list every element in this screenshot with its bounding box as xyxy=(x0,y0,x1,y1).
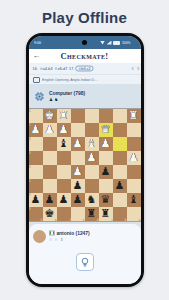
chess-board[interactable]: 1♚♜♜♟2♟♟♛3♝♟♝♟4♟♟5♟♟6♟♟♟7♟♟♟♞♛♝8h♚gfe♜d♜… xyxy=(29,108,141,222)
square-d3[interactable]: ♝ xyxy=(85,137,99,151)
square-e8[interactable]: e xyxy=(71,207,85,221)
square-h2[interactable]: ♟2 xyxy=(29,123,43,137)
square-b2[interactable] xyxy=(113,123,127,137)
square-g3[interactable] xyxy=(43,137,57,151)
battery-icon xyxy=(113,41,120,45)
square-f7[interactable]: ♟ xyxy=(57,193,71,207)
black-bishop: ♝ xyxy=(59,137,69,151)
white-pawn: ♟ xyxy=(73,137,83,151)
square-b5[interactable] xyxy=(113,165,127,179)
square-b1[interactable] xyxy=(113,109,127,123)
camera-punch-hole xyxy=(82,40,87,45)
square-e5[interactable]: ♟ xyxy=(71,165,85,179)
battery-percent: 100% xyxy=(122,41,130,44)
square-e4[interactable] xyxy=(71,151,85,165)
square-e1[interactable] xyxy=(71,109,85,123)
white-pawn: ♟ xyxy=(129,151,139,165)
player-row-antonio: antonio (1247) ♘ ♘ ♗ xyxy=(29,224,141,248)
square-c6[interactable] xyxy=(99,179,113,193)
square-f5[interactable] xyxy=(57,165,71,179)
white-rook: ♜ xyxy=(129,109,139,123)
italy-flag-icon xyxy=(49,231,55,236)
white-pawn: ♟ xyxy=(101,137,111,151)
computer-name: Computer (798) xyxy=(49,91,85,96)
black-pawn: ♟ xyxy=(73,193,83,207)
square-a4[interactable]: ♟ xyxy=(127,151,141,165)
black-pawn: ♟ xyxy=(101,165,111,179)
square-d4[interactable]: ♟ xyxy=(85,151,99,165)
next-move-button[interactable]: › xyxy=(135,63,140,74)
rank-label: 6 xyxy=(29,180,31,182)
square-e7[interactable]: ♟ xyxy=(71,193,85,207)
square-a1[interactable]: ♜ xyxy=(127,109,141,123)
square-h5[interactable]: 5 xyxy=(29,165,43,179)
square-c4[interactable] xyxy=(99,151,113,165)
antonio-name: antonio (1247) xyxy=(56,231,89,236)
square-d5[interactable] xyxy=(85,165,99,179)
square-a6[interactable] xyxy=(127,179,141,193)
square-g2[interactable]: ♟ xyxy=(43,123,57,137)
square-f1[interactable]: ♜ xyxy=(57,109,71,123)
white-rook: ♜ xyxy=(59,109,69,123)
move-token[interactable]: 16. xyxy=(32,67,38,71)
signal-icon xyxy=(107,41,112,45)
square-g4[interactable] xyxy=(43,151,57,165)
black-pawn: ♟ xyxy=(45,193,55,207)
square-g7[interactable]: ♟ xyxy=(43,193,57,207)
antonio-avatar xyxy=(33,230,46,243)
reset-game-button[interactable]: ⟳ xyxy=(141,64,144,74)
lightbulb-icon xyxy=(80,257,90,268)
square-f3[interactable]: ♝ xyxy=(57,137,71,151)
square-g1[interactable]: ♚ xyxy=(43,109,57,123)
page-title: Play Offline xyxy=(0,0,169,26)
move-token[interactable]: ♕a4-b3 xyxy=(39,66,53,70)
rank-label: 2 xyxy=(29,124,31,126)
rank-label: 1 xyxy=(29,110,31,112)
book-icon xyxy=(33,77,40,83)
black-pawn: ♟ xyxy=(59,193,69,207)
black-bishop: ♝ xyxy=(129,193,139,207)
move-list[interactable]: 16.♕a4-b3♗e6-d717.♕b3-c2 xyxy=(32,66,93,72)
white-pawn: ♟ xyxy=(87,151,97,165)
cpu-chip-icon xyxy=(35,92,44,101)
square-a3[interactable] xyxy=(127,137,141,151)
square-f4[interactable] xyxy=(57,151,71,165)
computer-captures: ♟ ♞ xyxy=(49,97,84,102)
square-d2[interactable] xyxy=(85,123,99,137)
current-move-pill[interactable]: ♕b3-c2 xyxy=(75,66,93,72)
white-bishop: ♝ xyxy=(87,137,97,151)
square-b3[interactable] xyxy=(113,137,127,151)
square-g6[interactable] xyxy=(43,179,57,193)
hint-button[interactable] xyxy=(76,253,94,271)
bottom-card: antonio (1247) ♘ ♘ ♗ xyxy=(29,224,141,284)
move-list-bar: 16.♕a4-b3♗e6-d717.♕b3-c2 ‹ › ⟳ xyxy=(29,63,141,74)
square-a2[interactable] xyxy=(127,123,141,137)
square-a7[interactable]: ♝ xyxy=(127,193,141,207)
square-c2[interactable]: ♛ xyxy=(99,123,113,137)
black-rook: ♜ xyxy=(101,207,111,221)
square-e6[interactable]: ♟ xyxy=(71,179,85,193)
antonio-captures: ♘ ♘ ♗ xyxy=(49,237,89,242)
square-h6[interactable]: 6 xyxy=(29,179,43,193)
black-king: ♚ xyxy=(45,207,55,221)
square-d8[interactable]: ♜d xyxy=(85,207,99,221)
move-token[interactable]: ♗e6-d7 xyxy=(53,66,67,70)
square-c8[interactable]: ♜c xyxy=(99,207,113,221)
black-queen: ♛ xyxy=(101,193,111,207)
square-h7[interactable]: ♟7 xyxy=(29,193,43,207)
rank-label: 3 xyxy=(29,138,31,140)
square-f2[interactable]: ♟ xyxy=(57,123,71,137)
square-g5[interactable] xyxy=(43,165,57,179)
square-b7[interactable] xyxy=(113,193,127,207)
black-pawn: ♟ xyxy=(31,193,41,207)
white-queen: ♛ xyxy=(101,123,111,137)
square-c7[interactable]: ♛ xyxy=(99,193,113,207)
status-bar: 9:00 100% xyxy=(29,36,141,49)
white-king: ♚ xyxy=(45,109,55,123)
square-d7[interactable]: ♞ xyxy=(85,193,99,207)
file-label: a xyxy=(139,219,141,221)
black-knight: ♞ xyxy=(87,193,97,207)
computer-avatar xyxy=(33,90,46,103)
wifi-icon xyxy=(100,41,105,45)
square-g8[interactable]: ♚g xyxy=(43,207,57,221)
rank-label: 5 xyxy=(29,166,31,168)
white-pawn: ♟ xyxy=(73,165,83,179)
square-h3[interactable]: 3 xyxy=(29,137,43,151)
square-h4[interactable]: 4 xyxy=(29,151,43,165)
square-c3[interactable]: ♟ xyxy=(99,137,113,151)
white-pawn: ♟ xyxy=(45,123,55,137)
square-a5[interactable] xyxy=(127,165,141,179)
move-token[interactable]: 17. xyxy=(68,67,74,71)
opening-name: English Opening, Anglo-Indian Defense, Q… xyxy=(42,78,99,82)
rank-label: 8 xyxy=(29,208,31,210)
black-pawn: ♟ xyxy=(115,179,125,193)
square-c1[interactable] xyxy=(99,109,113,123)
square-b6[interactable]: ♟ xyxy=(113,179,127,193)
square-d1[interactable] xyxy=(85,109,99,123)
back-button[interactable]: ← xyxy=(29,49,45,63)
square-b8[interactable]: b xyxy=(113,207,127,221)
white-pawn: ♟ xyxy=(31,123,41,137)
status-time: 9:00 xyxy=(34,41,41,45)
opening-row: English Opening, Anglo-Indian Defense, Q… xyxy=(29,74,141,84)
square-e2[interactable] xyxy=(71,123,85,137)
white-pawn: ♟ xyxy=(59,123,69,137)
app-bar: Checkmate! ← xyxy=(29,49,141,63)
square-h1[interactable]: 1 xyxy=(29,109,43,123)
square-f6[interactable] xyxy=(57,179,71,193)
black-pawn: ♟ xyxy=(73,179,83,193)
phone-frame: 9:00 100% Checkmate! ← 16.♕a4-b3♗e6-d717… xyxy=(26,33,144,287)
rank-label: 7 xyxy=(29,194,31,196)
black-rook: ♜ xyxy=(87,207,97,221)
player-row-computer: Computer (798) ♟ ♞ xyxy=(29,84,141,108)
app-title: Checkmate! xyxy=(29,51,141,61)
square-f8[interactable]: f xyxy=(57,207,71,221)
square-e3[interactable]: ♟ xyxy=(71,137,85,151)
square-b4[interactable] xyxy=(113,151,127,165)
square-h8[interactable]: 8h xyxy=(29,207,43,221)
square-d6[interactable] xyxy=(85,179,99,193)
square-c5[interactable]: ♟ xyxy=(99,165,113,179)
square-a8[interactable]: a xyxy=(127,207,141,221)
rank-label: 4 xyxy=(29,152,31,154)
